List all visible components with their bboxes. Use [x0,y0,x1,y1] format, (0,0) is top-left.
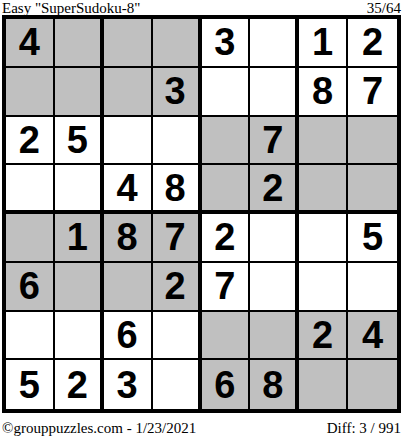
cell-r1c7[interactable]: 1 [299,19,348,68]
cell-r2c6[interactable] [250,68,299,117]
cell-r7c8[interactable]: 4 [348,312,397,361]
cell-r6c2[interactable] [55,263,104,312]
cell-r3c7[interactable] [299,117,348,166]
cell-r8c5[interactable]: 6 [202,360,251,409]
cell-r3c8[interactable] [348,117,397,166]
cell-r6c8[interactable] [348,263,397,312]
cell-r6c7[interactable] [299,263,348,312]
cell-r5c1[interactable] [6,214,55,263]
cell-r5c8[interactable]: 5 [348,214,397,263]
cell-r1c4[interactable] [153,19,202,68]
cell-r4c7[interactable] [299,165,348,214]
cell-r8c2[interactable]: 2 [55,360,104,409]
cell-r6c3[interactable] [104,263,153,312]
cell-r3c6[interactable]: 7 [250,117,299,166]
cell-r1c1[interactable]: 4 [6,19,55,68]
page-footer: ©grouppuzzles.com - 1/23/2021 Diff: 3 / … [0,420,403,436]
cell-r7c2[interactable] [55,312,104,361]
cell-r8c1[interactable]: 5 [6,360,55,409]
cell-r3c1[interactable]: 2 [6,117,55,166]
cell-r8c6[interactable]: 8 [250,360,299,409]
cell-r7c4[interactable] [153,312,202,361]
cell-r6c5[interactable]: 7 [202,263,251,312]
cell-r5c3[interactable]: 8 [104,214,153,263]
puzzle-title: Easy "SuperSudoku-8" [2,1,141,15]
cell-r5c6[interactable] [250,214,299,263]
cell-r2c1[interactable] [6,68,55,117]
page-header: Easy "SuperSudoku-8" 35/64 [0,0,403,15]
difficulty-text: Diff: 3 / 991 [327,420,401,436]
cell-r1c2[interactable] [55,19,104,68]
cell-r3c4[interactable] [153,117,202,166]
cell-r2c8[interactable]: 7 [348,68,397,117]
cell-r2c2[interactable] [55,68,104,117]
cell-r7c6[interactable] [250,312,299,361]
cell-r6c6[interactable] [250,263,299,312]
cell-r5c4[interactable]: 7 [153,214,202,263]
cell-r4c2[interactable] [55,165,104,214]
cell-r7c5[interactable] [202,312,251,361]
cell-r2c3[interactable] [104,68,153,117]
cell-r5c2[interactable]: 1 [55,214,104,263]
cell-r4c1[interactable] [6,165,55,214]
cell-r1c5[interactable]: 3 [202,19,251,68]
cell-r8c4[interactable] [153,360,202,409]
cell-r3c5[interactable] [202,117,251,166]
cell-r4c8[interactable] [348,165,397,214]
cell-r4c5[interactable] [202,165,251,214]
cell-r3c3[interactable] [104,117,153,166]
puzzle-counter: 35/64 [367,1,401,15]
cell-r3c2[interactable]: 5 [55,117,104,166]
cell-r2c4[interactable]: 3 [153,68,202,117]
cell-r7c7[interactable]: 2 [299,312,348,361]
copyright-text: ©grouppuzzles.com - 1/23/2021 [2,420,196,436]
cell-r8c8[interactable] [348,360,397,409]
cell-r8c3[interactable]: 3 [104,360,153,409]
cell-r7c3[interactable]: 6 [104,312,153,361]
cell-r2c7[interactable]: 8 [299,68,348,117]
cell-r6c1[interactable]: 6 [6,263,55,312]
cell-r2c5[interactable] [202,68,251,117]
cell-r1c6[interactable] [250,19,299,68]
sudoku-board: 43123872574821872562762452368 [2,15,401,413]
cell-r5c7[interactable] [299,214,348,263]
cell-r7c1[interactable] [6,312,55,361]
cell-r1c8[interactable]: 2 [348,19,397,68]
cell-r6c4[interactable]: 2 [153,263,202,312]
cell-r4c3[interactable]: 4 [104,165,153,214]
cell-r4c4[interactable]: 8 [153,165,202,214]
cell-r4c6[interactable]: 2 [250,165,299,214]
cell-r1c3[interactable] [104,19,153,68]
cell-r5c5[interactable]: 2 [202,214,251,263]
cell-r8c7[interactable] [299,360,348,409]
